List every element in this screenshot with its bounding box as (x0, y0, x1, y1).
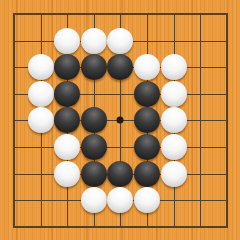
white-stone[interactable] (54, 28, 80, 54)
black-stone[interactable] (134, 81, 160, 107)
grid-line-horizontal (13, 147, 228, 148)
white-stone[interactable] (54, 134, 80, 160)
grid-line-vertical (226, 13, 228, 228)
white-stone[interactable] (161, 54, 187, 80)
black-stone[interactable] (107, 161, 133, 187)
black-stone[interactable] (54, 54, 80, 80)
black-stone[interactable] (81, 54, 107, 80)
grid-line-horizontal (13, 226, 228, 228)
white-stone[interactable] (107, 28, 133, 54)
black-stone[interactable] (134, 161, 160, 187)
white-stone[interactable] (28, 81, 54, 107)
star-point (117, 117, 124, 124)
white-stone[interactable] (28, 54, 54, 80)
white-stone[interactable] (28, 107, 54, 133)
black-stone[interactable] (81, 161, 107, 187)
black-stone[interactable] (134, 134, 160, 160)
black-stone[interactable] (81, 107, 107, 133)
go-board[interactable] (0, 0, 240, 240)
white-stone[interactable] (134, 187, 160, 213)
white-stone[interactable] (161, 81, 187, 107)
white-stone[interactable] (54, 161, 80, 187)
white-stone[interactable] (107, 187, 133, 213)
black-stone[interactable] (134, 107, 160, 133)
grid-line-vertical (200, 13, 201, 228)
white-stone[interactable] (81, 28, 107, 54)
black-stone[interactable] (54, 107, 80, 133)
white-stone[interactable] (161, 107, 187, 133)
white-stone[interactable] (134, 54, 160, 80)
black-stone[interactable] (81, 134, 107, 160)
black-stone[interactable] (107, 54, 133, 80)
black-stone[interactable] (54, 81, 80, 107)
white-stone[interactable] (81, 187, 107, 213)
white-stone[interactable] (161, 134, 187, 160)
white-stone[interactable] (161, 161, 187, 187)
